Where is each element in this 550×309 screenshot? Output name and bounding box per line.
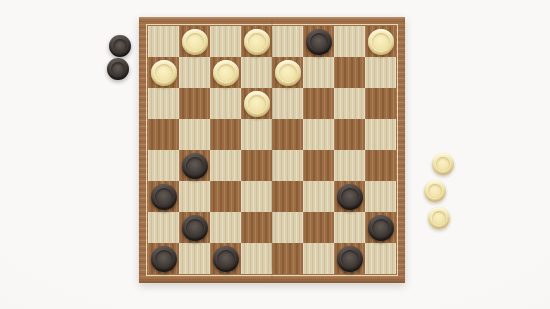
checkers-board bbox=[139, 17, 405, 283]
square-h5[interactable] bbox=[365, 119, 396, 150]
checker-light[interactable] bbox=[182, 29, 208, 55]
square-h1[interactable] bbox=[365, 243, 396, 274]
square-g4[interactable] bbox=[334, 150, 365, 181]
square-h2[interactable] bbox=[365, 212, 396, 243]
square-g1[interactable] bbox=[334, 243, 365, 274]
square-g3[interactable] bbox=[334, 181, 365, 212]
square-c5[interactable] bbox=[210, 119, 241, 150]
checker-light[interactable] bbox=[151, 60, 177, 86]
table-surface bbox=[0, 0, 550, 309]
square-g7[interactable] bbox=[334, 57, 365, 88]
square-b1[interactable] bbox=[179, 243, 210, 274]
square-f2[interactable] bbox=[303, 212, 334, 243]
square-e5[interactable] bbox=[272, 119, 303, 150]
square-f5[interactable] bbox=[303, 119, 334, 150]
square-f1[interactable] bbox=[303, 243, 334, 274]
checker-light[interactable] bbox=[213, 60, 239, 86]
square-e8[interactable] bbox=[272, 26, 303, 57]
square-c6[interactable] bbox=[210, 88, 241, 119]
square-a2[interactable] bbox=[148, 212, 179, 243]
square-b8[interactable] bbox=[179, 26, 210, 57]
square-a4[interactable] bbox=[148, 150, 179, 181]
square-b7[interactable] bbox=[179, 57, 210, 88]
square-d8[interactable] bbox=[241, 26, 272, 57]
checker-light[interactable] bbox=[244, 29, 270, 55]
square-g8[interactable] bbox=[334, 26, 365, 57]
square-d6[interactable] bbox=[241, 88, 272, 119]
square-e2[interactable] bbox=[272, 212, 303, 243]
square-b4[interactable] bbox=[179, 150, 210, 181]
square-e3[interactable] bbox=[272, 181, 303, 212]
square-a6[interactable] bbox=[148, 88, 179, 119]
square-b3[interactable] bbox=[179, 181, 210, 212]
checker-dark[interactable] bbox=[306, 29, 332, 55]
square-h3[interactable] bbox=[365, 181, 396, 212]
square-h8[interactable] bbox=[365, 26, 396, 57]
checker-dark[interactable] bbox=[151, 246, 177, 272]
square-f7[interactable] bbox=[303, 57, 334, 88]
square-g6[interactable] bbox=[334, 88, 365, 119]
square-d2[interactable] bbox=[241, 212, 272, 243]
checker-dark[interactable] bbox=[368, 215, 394, 241]
square-c2[interactable] bbox=[210, 212, 241, 243]
square-b6[interactable] bbox=[179, 88, 210, 119]
square-a5[interactable] bbox=[148, 119, 179, 150]
captured-checker-light[interactable] bbox=[424, 180, 446, 202]
captured-checker-light[interactable] bbox=[432, 153, 454, 175]
square-h6[interactable] bbox=[365, 88, 396, 119]
checker-light[interactable] bbox=[275, 60, 301, 86]
checker-light[interactable] bbox=[244, 91, 270, 117]
checker-light[interactable] bbox=[368, 29, 394, 55]
square-f4[interactable] bbox=[303, 150, 334, 181]
checker-dark[interactable] bbox=[213, 246, 239, 272]
square-e7[interactable] bbox=[272, 57, 303, 88]
square-d7[interactable] bbox=[241, 57, 272, 88]
square-f6[interactable] bbox=[303, 88, 334, 119]
square-a3[interactable] bbox=[148, 181, 179, 212]
checker-dark[interactable] bbox=[151, 184, 177, 210]
square-h4[interactable] bbox=[365, 150, 396, 181]
square-e6[interactable] bbox=[272, 88, 303, 119]
checker-dark[interactable] bbox=[337, 184, 363, 210]
square-f3[interactable] bbox=[303, 181, 334, 212]
square-f8[interactable] bbox=[303, 26, 334, 57]
square-b2[interactable] bbox=[179, 212, 210, 243]
square-g5[interactable] bbox=[334, 119, 365, 150]
square-d4[interactable] bbox=[241, 150, 272, 181]
captured-checker-dark[interactable] bbox=[107, 58, 129, 80]
square-c1[interactable] bbox=[210, 243, 241, 274]
checker-dark[interactable] bbox=[337, 246, 363, 272]
board-grid bbox=[148, 26, 396, 274]
captured-checker-light[interactable] bbox=[428, 207, 450, 229]
square-b5[interactable] bbox=[179, 119, 210, 150]
square-d1[interactable] bbox=[241, 243, 272, 274]
square-h7[interactable] bbox=[365, 57, 396, 88]
square-c4[interactable] bbox=[210, 150, 241, 181]
captured-checker-dark[interactable] bbox=[109, 35, 131, 57]
checker-dark[interactable] bbox=[182, 215, 208, 241]
square-d5[interactable] bbox=[241, 119, 272, 150]
checker-dark[interactable] bbox=[182, 153, 208, 179]
square-a8[interactable] bbox=[148, 26, 179, 57]
square-a1[interactable] bbox=[148, 243, 179, 274]
square-c7[interactable] bbox=[210, 57, 241, 88]
square-e4[interactable] bbox=[272, 150, 303, 181]
square-c8[interactable] bbox=[210, 26, 241, 57]
square-a7[interactable] bbox=[148, 57, 179, 88]
square-e1[interactable] bbox=[272, 243, 303, 274]
square-g2[interactable] bbox=[334, 212, 365, 243]
square-d3[interactable] bbox=[241, 181, 272, 212]
square-c3[interactable] bbox=[210, 181, 241, 212]
